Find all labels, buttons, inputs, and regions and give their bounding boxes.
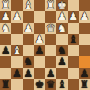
square-f3[interactable]: ♟ bbox=[23, 23, 34, 34]
piece-white-pawn[interactable]: ♟ bbox=[23, 22, 32, 33]
square-b2[interactable]: ♟ bbox=[68, 11, 79, 22]
square-d3[interactable]: ♛ bbox=[45, 23, 56, 34]
piece-black-pawn[interactable]: ♟ bbox=[57, 56, 66, 67]
square-e2[interactable] bbox=[34, 11, 45, 22]
piece-black-rook[interactable]: ♜ bbox=[80, 78, 89, 89]
piece-white-knight[interactable]: ♞ bbox=[1, 22, 10, 33]
square-g2[interactable]: ♟ bbox=[11, 11, 22, 22]
piece-white-bishop[interactable]: ♝ bbox=[23, 0, 32, 11]
square-d5[interactable] bbox=[45, 45, 56, 56]
square-d1[interactable]: ♜ bbox=[45, 0, 56, 11]
square-a8[interactable]: ♜ bbox=[79, 79, 90, 90]
piece-black-pawn[interactable]: ♟ bbox=[23, 67, 32, 78]
square-g3[interactable] bbox=[11, 23, 22, 34]
square-f8[interactable] bbox=[23, 79, 34, 90]
square-f1[interactable]: ♝ bbox=[23, 0, 34, 11]
square-a3[interactable] bbox=[79, 23, 90, 34]
square-c3[interactable]: ♞ bbox=[56, 23, 67, 34]
square-b5[interactable] bbox=[68, 45, 79, 56]
piece-black-king[interactable]: ♚ bbox=[35, 78, 44, 89]
square-h5[interactable]: ♟ bbox=[0, 45, 11, 56]
square-h6[interactable] bbox=[0, 56, 11, 67]
square-e1[interactable] bbox=[34, 0, 45, 11]
square-c8[interactable]: ♝ bbox=[56, 79, 67, 90]
square-e6[interactable] bbox=[34, 56, 45, 67]
piece-black-rook[interactable]: ♜ bbox=[1, 78, 10, 89]
piece-black-bishop[interactable]: ♝ bbox=[57, 78, 66, 89]
square-a4[interactable] bbox=[79, 34, 90, 45]
piece-white-pawn[interactable]: ♟ bbox=[68, 11, 77, 22]
square-a2[interactable]: ♟ bbox=[79, 11, 90, 22]
square-d4[interactable] bbox=[45, 34, 56, 45]
square-d8[interactable]: ♛ bbox=[45, 79, 56, 90]
chess-board: ♜♝♜♚♟♟♟♟♟♞♟♛♞♟♝♟♝♟♞♞♟♟♟♟♟♜♚♛♝♜ bbox=[0, 0, 90, 90]
square-h8[interactable]: ♜ bbox=[0, 79, 11, 90]
piece-black-pawn[interactable]: ♟ bbox=[1, 45, 10, 56]
piece-black-pawn[interactable]: ♟ bbox=[12, 67, 21, 78]
square-e5[interactable]: ♟ bbox=[34, 45, 45, 56]
piece-white-pawn[interactable]: ♟ bbox=[12, 11, 21, 22]
square-f4[interactable] bbox=[23, 34, 34, 45]
square-f7[interactable]: ♟ bbox=[23, 68, 34, 79]
square-b8[interactable] bbox=[68, 79, 79, 90]
piece-white-pawn[interactable]: ♟ bbox=[80, 11, 89, 22]
piece-white-rook[interactable]: ♜ bbox=[46, 0, 55, 11]
square-g5[interactable]: ♝ bbox=[11, 45, 22, 56]
square-c6[interactable]: ♟ bbox=[56, 56, 67, 67]
piece-black-bishop[interactable]: ♝ bbox=[68, 33, 77, 44]
square-b4[interactable]: ♝ bbox=[68, 34, 79, 45]
piece-white-knight[interactable]: ♞ bbox=[57, 22, 66, 33]
piece-black-pawn[interactable]: ♟ bbox=[35, 45, 44, 56]
square-e8[interactable]: ♚ bbox=[34, 79, 45, 90]
square-a5[interactable] bbox=[79, 45, 90, 56]
square-g7[interactable]: ♟ bbox=[11, 68, 22, 79]
piece-white-queen[interactable]: ♛ bbox=[46, 22, 55, 33]
piece-white-bishop[interactable]: ♝ bbox=[12, 45, 21, 56]
square-b6[interactable] bbox=[68, 56, 79, 67]
square-h3[interactable]: ♞ bbox=[0, 23, 11, 34]
square-g8[interactable] bbox=[11, 79, 22, 90]
square-b7[interactable] bbox=[68, 68, 79, 79]
piece-black-queen[interactable]: ♛ bbox=[46, 78, 55, 89]
